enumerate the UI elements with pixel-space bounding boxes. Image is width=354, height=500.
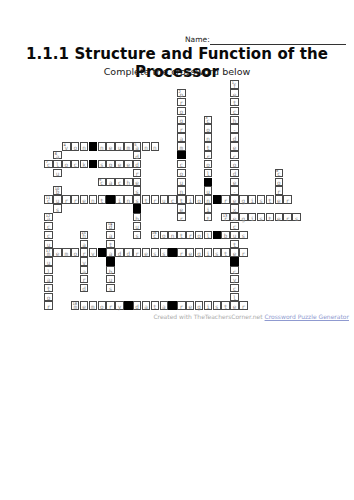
cell-letter: e — [81, 197, 87, 203]
cell-letter: u — [231, 232, 237, 238]
letter-cell: f1 — [230, 80, 238, 88]
letter-cell: a — [106, 231, 114, 239]
letter-cell: x — [230, 204, 238, 212]
cell-letter: s — [134, 232, 140, 238]
footer-credit-link[interactable]: Crossword Puzzle Generator — [265, 313, 349, 320]
letter-cell: l — [230, 293, 238, 301]
cell-letter: t — [178, 197, 184, 203]
letter-cell: a5 — [133, 142, 141, 150]
letter-cell: a — [177, 133, 185, 141]
letter-cell: d — [115, 248, 123, 256]
cell-letter: y — [116, 303, 122, 309]
letter-cell: d — [133, 151, 141, 159]
cell-letter: u — [116, 144, 122, 150]
cell-letter: e — [54, 250, 60, 256]
letter-cell: m18 — [71, 301, 79, 309]
letter-cell: e — [230, 301, 238, 309]
cell-letter: r — [284, 215, 290, 221]
black-cell — [89, 142, 97, 150]
cell-letter: c — [45, 232, 51, 238]
cell-letter: s — [134, 188, 140, 194]
letter-cell: g — [239, 213, 247, 221]
letter-cell: u — [230, 231, 238, 239]
letter-cell: b — [106, 266, 114, 274]
letter-cell: s — [133, 186, 141, 194]
cell-letter: t — [107, 241, 113, 247]
clue-number: 1 — [232, 81, 234, 85]
cell-letter: c — [231, 223, 237, 229]
letter-cell: c16 — [151, 231, 159, 239]
clue-number: 15 — [81, 231, 86, 235]
cell-letter: o — [72, 250, 78, 256]
letter-cell: a — [106, 248, 114, 256]
letter-cell: n — [151, 142, 159, 150]
letter-cell: v — [80, 257, 88, 265]
clue-number: 13 — [223, 214, 228, 218]
letter-cell: h — [230, 116, 238, 124]
cell-letter: l — [54, 161, 60, 167]
cell-letter: r — [152, 197, 158, 203]
letter-cell: c11 — [44, 195, 52, 203]
letter-cell: m — [62, 248, 70, 256]
cell-letter: s — [293, 215, 299, 221]
cell-letter: c — [72, 161, 78, 167]
cell-letter: e — [187, 303, 193, 309]
cell-letter: e — [143, 250, 149, 256]
cell-letter: m — [63, 250, 69, 256]
cell-letter: i — [249, 215, 255, 221]
clue-number: 8 — [276, 169, 278, 173]
cell-letter: r — [81, 250, 87, 256]
letter-cell: r — [204, 151, 212, 159]
letter-cell: a — [80, 240, 88, 248]
cell-letter: l — [205, 232, 211, 238]
letter-cell: e — [80, 195, 88, 203]
cell-letter: o — [161, 232, 167, 238]
black-cell — [177, 151, 185, 159]
cell-letter: s — [240, 232, 246, 238]
cell-letter: b — [222, 232, 228, 238]
letter-cell: n — [80, 142, 88, 150]
clue-number: 5 — [134, 143, 136, 147]
cell-letter: i — [205, 250, 211, 256]
letter-cell: m — [89, 301, 97, 309]
clue-number: 7 — [46, 160, 48, 164]
letter-cell: l — [53, 160, 61, 168]
cell-letter: m — [125, 144, 131, 150]
letter-cell: u — [204, 186, 212, 194]
cell-letter: l — [231, 294, 237, 300]
cell-letter: e — [107, 144, 113, 150]
letter-cell: o — [195, 195, 203, 203]
cell-letter: u — [205, 188, 211, 194]
letter-cell: t — [221, 248, 229, 256]
letter-cell: u — [133, 222, 141, 230]
cell-letter: a — [107, 250, 113, 256]
cell-letter: o — [99, 303, 105, 309]
cell-letter: g — [196, 250, 202, 256]
letter-cell: o — [98, 301, 106, 309]
letter-cell: e — [230, 178, 238, 186]
cell-letter: - — [231, 126, 237, 132]
letter-cell: a — [80, 266, 88, 274]
cell-letter: g — [240, 197, 246, 203]
cell-letter: k — [81, 161, 87, 167]
cell-letter: d — [134, 161, 140, 167]
letter-cell: u — [106, 275, 114, 283]
cell-letter: i — [205, 206, 211, 212]
letter-cell: g — [195, 248, 203, 256]
letter-cell: s — [53, 204, 61, 212]
cell-letter: d — [116, 250, 122, 256]
cell-letter: r — [276, 188, 282, 194]
cell-letter: d — [81, 285, 87, 291]
letter-cell: c — [230, 266, 238, 274]
letter-cell: r — [283, 213, 291, 221]
cell-letter: n — [90, 197, 96, 203]
letter-cell: y — [89, 248, 97, 256]
letter-cell: c — [230, 222, 238, 230]
cell-letter: v — [81, 259, 87, 265]
cell-letter: o — [45, 294, 51, 300]
letter-cell: i — [248, 213, 256, 221]
cell-letter: n — [99, 144, 105, 150]
letter-cell: d — [133, 160, 141, 168]
cell-letter: i — [205, 303, 211, 309]
letter-cell: e — [230, 213, 238, 221]
letter-cell: l — [204, 231, 212, 239]
letter-cell: u — [177, 178, 185, 186]
cell-letter: b — [107, 268, 113, 274]
letter-cell: r — [221, 195, 229, 203]
letter-cell: o — [44, 293, 52, 301]
letter-cell: n — [98, 142, 106, 150]
cell-letter: t — [267, 215, 273, 221]
clue-number: 12 — [46, 214, 51, 218]
cell-letter: r — [134, 250, 140, 256]
cell-letter: h — [231, 117, 237, 123]
letter-cell: b — [133, 213, 141, 221]
cell-letter: t — [143, 197, 149, 203]
letter-cell: e — [133, 178, 141, 186]
clue-number: 11 — [46, 196, 51, 200]
letter-cell: l — [44, 266, 52, 274]
cell-letter: e — [178, 206, 184, 212]
cell-letter: e — [125, 161, 131, 167]
letter-cell: e — [115, 160, 123, 168]
cell-letter: r — [81, 276, 87, 282]
cell-letter: r — [63, 197, 69, 203]
letter-cell: r — [71, 195, 79, 203]
cell-letter: h — [125, 179, 131, 185]
letter-cell: s — [257, 213, 265, 221]
cell-letter: r — [107, 303, 113, 309]
letter-cell: s — [213, 301, 221, 309]
cell-letter: r — [178, 303, 184, 309]
letter-cell: i — [186, 195, 194, 203]
letter-cell: d14 — [106, 222, 114, 230]
cell-letter: o — [196, 232, 202, 238]
letter-cell: o — [71, 248, 79, 256]
cell-letter: l — [205, 170, 211, 176]
letter-cell: d — [230, 133, 238, 141]
letter-cell: t — [230, 98, 238, 106]
cell-letter: y — [231, 276, 237, 282]
letter-cell: b10 — [53, 186, 61, 194]
letter-cell: d — [133, 301, 141, 309]
cell-letter: t — [152, 303, 158, 309]
cell-letter: a — [143, 303, 149, 309]
letter-cell: n — [204, 195, 212, 203]
letter-cell: e — [142, 248, 150, 256]
letter-cell: t — [98, 195, 106, 203]
letter-cell: l — [204, 169, 212, 177]
letter-cell: e — [230, 142, 238, 150]
cell-letter: a — [178, 135, 184, 141]
letter-cell: r13 — [221, 213, 229, 221]
letter-cell: u — [44, 240, 52, 248]
letter-cell: r — [177, 301, 185, 309]
cell-letter: u — [54, 197, 60, 203]
cell-letter: u — [45, 241, 51, 247]
letter-cell: h15 — [80, 231, 88, 239]
letter-cell: e — [186, 248, 194, 256]
cell-letter: t — [45, 285, 51, 291]
letter-cell: e — [275, 195, 283, 203]
cell-letter: c — [178, 161, 184, 167]
letter-cell: - — [230, 124, 238, 132]
cell-letter: e — [231, 144, 237, 150]
cell-letter: e — [81, 303, 87, 309]
letter-cell: s — [239, 231, 247, 239]
cell-letter: o — [231, 161, 237, 167]
cell-letter: n — [169, 232, 175, 238]
letter-cell: t — [142, 195, 150, 203]
letter-cell: r — [239, 301, 247, 309]
cell-letter: e — [231, 303, 237, 309]
letter-cell: o — [195, 231, 203, 239]
cell-letter: r — [178, 99, 184, 105]
letter-cell: u — [53, 169, 61, 177]
cell-letter: y — [90, 250, 96, 256]
cell-letter: r — [240, 303, 246, 309]
cell-letter: a — [45, 276, 51, 282]
letter-cell: e — [230, 89, 238, 97]
letter-cell: a — [106, 178, 114, 186]
cell-letter: s — [214, 303, 220, 309]
cell-letter: d — [134, 303, 140, 309]
black-cell — [213, 195, 221, 203]
letter-cell: r — [80, 248, 88, 256]
black-cell — [89, 160, 97, 168]
letter-cell: s — [98, 160, 106, 168]
letter-cell: e — [124, 160, 132, 168]
cell-letter: r — [45, 303, 51, 309]
letter-cell: s — [133, 231, 141, 239]
letter-cell: d — [80, 284, 88, 292]
cell-letter: o — [205, 161, 211, 167]
clue-number: 18 — [72, 302, 77, 306]
letter-cell: r — [151, 195, 159, 203]
cell-letter: c — [231, 153, 237, 159]
letter-cell: c7 — [44, 160, 52, 168]
black-cell — [98, 248, 106, 256]
cell-letter: a — [107, 179, 113, 185]
cell-letter: r — [72, 197, 78, 203]
cell-letter: u — [54, 170, 60, 176]
cell-letter: r — [284, 197, 290, 203]
letter-cell: s — [151, 248, 159, 256]
cell-letter: n — [205, 135, 211, 141]
letter-cell: g — [239, 195, 247, 203]
cell-letter: i — [249, 197, 255, 203]
letter-cell: r — [62, 195, 70, 203]
cell-letter: n — [125, 197, 131, 203]
cell-letter: t — [205, 144, 211, 150]
cell-letter: x — [231, 206, 237, 212]
letter-cell: c9 — [98, 178, 106, 186]
letter-cell: a12 — [44, 213, 52, 221]
letter-cell: e — [53, 248, 61, 256]
cell-letter: r — [222, 197, 228, 203]
cell-letter: r — [205, 153, 211, 159]
letter-cell: t — [204, 213, 212, 221]
cell-letter: o — [63, 161, 69, 167]
cell-letter: c — [231, 285, 237, 291]
cell-letter: o — [178, 170, 184, 176]
letter-cell: o — [71, 142, 79, 150]
cell-letter: t — [222, 250, 228, 256]
cell-letter: o — [178, 108, 184, 114]
letter-cell: m — [124, 142, 132, 150]
letter-cell: r — [283, 195, 291, 203]
letter-cell: u — [44, 257, 52, 265]
letter-cell: u — [115, 142, 123, 150]
clue-number: 17 — [46, 249, 51, 253]
letter-cell: e — [275, 213, 283, 221]
cell-letter: i — [187, 197, 193, 203]
cell-letter: b — [134, 215, 140, 221]
cell-letter: d — [231, 135, 237, 141]
cell-letter: g — [196, 303, 202, 309]
letter-cell: c — [230, 284, 238, 292]
letter-cell: r — [186, 231, 194, 239]
letter-cell: i — [204, 248, 212, 256]
letter-cell: r — [133, 248, 141, 256]
cell-letter: s — [161, 250, 167, 256]
letter-cell: t — [106, 240, 114, 248]
cell-letter: p — [107, 161, 113, 167]
letter-cell: s — [160, 248, 168, 256]
cell-letter: s — [107, 285, 113, 291]
cell-letter: r — [187, 232, 193, 238]
cell-letter: e — [116, 161, 122, 167]
cell-letter: e — [187, 250, 193, 256]
letter-cell: t — [44, 284, 52, 292]
letter-cell: t — [221, 301, 229, 309]
cell-letter: t — [231, 241, 237, 247]
cell-letter: s — [134, 197, 140, 203]
cell-letter: t — [99, 197, 105, 203]
cell-letter: l — [45, 268, 51, 274]
footer-credit: Created with TheTeachersCorner.net Cross… — [153, 313, 349, 320]
letter-cell: o — [177, 169, 185, 177]
letter-cell: n — [142, 142, 150, 150]
letter-cell: n — [204, 133, 212, 141]
cell-letter: o — [72, 144, 78, 150]
cell-letter: s — [54, 206, 60, 212]
cell-letter: u — [45, 259, 51, 265]
letter-cell: m17 — [44, 248, 52, 256]
letter-cell: o — [204, 124, 212, 132]
clue-number: 14 — [108, 222, 113, 226]
letter-cell: p2 — [177, 89, 185, 97]
letter-cell: o — [230, 160, 238, 168]
cell-letter: s — [99, 161, 105, 167]
letter-cell: r — [177, 98, 185, 106]
letter-cell: c — [177, 160, 185, 168]
black-cell — [230, 257, 238, 265]
cell-letter: a — [107, 232, 113, 238]
black-cell — [213, 231, 221, 239]
letter-cell: a — [142, 301, 150, 309]
cell-letter: a — [161, 303, 167, 309]
cell-letter: n — [178, 188, 184, 194]
letter-cell: e — [186, 301, 194, 309]
letter-cell: e — [80, 301, 88, 309]
cell-letter: t — [178, 232, 184, 238]
letter-cell: r — [44, 301, 52, 309]
letter-cell: t — [230, 240, 238, 248]
letter-cell: u — [160, 195, 168, 203]
letter-cell: t — [266, 195, 274, 203]
letter-cell: r — [275, 186, 283, 194]
cell-letter: e — [231, 215, 237, 221]
letter-cell: n — [124, 195, 132, 203]
letter-cell: r — [177, 213, 185, 221]
cell-letter: a — [81, 268, 87, 274]
letter-cell: n — [89, 195, 97, 203]
letter-cell: n — [177, 186, 185, 194]
clue-number: 3 — [205, 116, 207, 120]
letter-cell: k — [80, 160, 88, 168]
cell-letter: c — [169, 197, 175, 203]
letter-cell: d — [230, 169, 238, 177]
clue-number: 4 — [64, 143, 66, 147]
cell-letter: t — [205, 215, 211, 221]
letter-cell: t — [151, 301, 159, 309]
cell-letter: e — [231, 197, 237, 203]
cell-letter: c — [231, 108, 237, 114]
cell-letter: r — [178, 215, 184, 221]
black-cell — [168, 248, 176, 256]
letter-cell: e — [177, 204, 185, 212]
clue-number: 16 — [152, 231, 157, 235]
letter-cell: g — [177, 116, 185, 124]
clue-number: 6 — [55, 152, 57, 156]
cell-letter: u — [134, 223, 140, 229]
cell-letter: e — [231, 91, 237, 97]
letter-cell: o — [62, 160, 70, 168]
cell-letter: e — [276, 197, 282, 203]
letter-cell: c3 — [204, 116, 212, 124]
letter-cell: s — [213, 248, 221, 256]
letter-cell: e — [106, 142, 114, 150]
letter-cell: c — [115, 178, 123, 186]
black-cell — [106, 195, 114, 203]
letter-cell: o — [204, 160, 212, 168]
letter-cell: e — [230, 195, 238, 203]
